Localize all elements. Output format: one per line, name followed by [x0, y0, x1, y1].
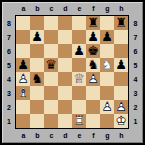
square-e6[interactable]: ♟ [72, 44, 86, 58]
square-b1[interactable] [30, 114, 44, 128]
piece-white-queen[interactable]: ♛♕ [72, 72, 86, 86]
rank-label-2: 2 [3, 101, 15, 115]
square-a6[interactable] [16, 44, 30, 58]
square-e8[interactable] [72, 16, 86, 30]
file-label-b: b [31, 130, 45, 142]
square-f4[interactable]: ♟♙ [86, 72, 100, 86]
piece-glyph: ♚ [86, 44, 100, 58]
piece-white-rook[interactable]: ♜♖ [72, 114, 86, 128]
square-b4[interactable]: ♞ [30, 72, 44, 86]
square-e4[interactable]: ♛♕ [72, 72, 86, 86]
piece-glyph: ♞ [30, 72, 44, 86]
file-labels-top: abcdefgh [15, 3, 129, 15]
square-c7[interactable] [44, 30, 58, 44]
rank-label-5: 5 [130, 59, 142, 73]
file-label-h: h [115, 130, 129, 142]
square-g2[interactable]: ♟♙ [100, 100, 114, 114]
piece-glyph: ♟ [16, 58, 30, 72]
square-a7[interactable] [16, 30, 30, 44]
square-g7[interactable]: ♟ [100, 30, 114, 44]
rank-label-8: 8 [130, 17, 142, 31]
file-label-a: a [17, 3, 31, 15]
square-a4[interactable]: ♟♙ [16, 72, 30, 86]
piece-outline-layer: ♖ [72, 114, 86, 128]
square-b5[interactable] [30, 58, 44, 72]
piece-black-knight[interactable]: ♞ [30, 72, 44, 86]
square-f3[interactable] [86, 86, 100, 100]
piece-white-knight[interactable]: ♞♘ [100, 58, 114, 72]
piece-outline-layer: ♙ [114, 100, 128, 114]
piece-black-pawn[interactable]: ♟ [30, 30, 44, 44]
square-a5[interactable]: ♟ [16, 58, 30, 72]
piece-glyph: ♟ [30, 30, 44, 44]
piece-white-bishop[interactable]: ♝♗ [16, 86, 30, 100]
piece-white-pawn[interactable]: ♟♙ [16, 72, 30, 86]
file-label-h: h [115, 3, 129, 15]
file-label-d: d [59, 130, 73, 142]
square-g3[interactable] [100, 86, 114, 100]
piece-black-queen[interactable]: ♛ [44, 58, 58, 72]
file-label-f: f [87, 130, 101, 142]
piece-glyph: ♜ [114, 16, 128, 30]
square-e1[interactable]: ♜♖ [72, 114, 86, 128]
piece-glyph: ♟ [100, 30, 114, 44]
rank-label-7: 7 [130, 31, 142, 45]
square-d1[interactable] [58, 114, 72, 128]
piece-outline-layer: ♔ [114, 114, 128, 128]
file-label-b: b [31, 3, 45, 15]
piece-black-pawn[interactable]: ♟ [86, 30, 100, 44]
square-a2[interactable] [16, 100, 30, 114]
piece-black-pawn[interactable]: ♟ [114, 58, 128, 72]
piece-white-pawn[interactable]: ♟♙ [100, 100, 114, 114]
piece-white-pawn[interactable]: ♟♙ [86, 72, 100, 86]
square-c8[interactable] [44, 16, 58, 30]
piece-glyph: ♟ [114, 58, 128, 72]
board-frame: abcdefgh 87654321 ♜♜♟♟♟♟♚♟♛♞♞♘♟♟♙♞♛♕♟♙♝♗… [2, 2, 143, 143]
piece-white-pawn[interactable]: ♟♙ [114, 100, 128, 114]
chess-diagram: abcdefgh 87654321 ♜♜♟♟♟♟♚♟♛♞♞♘♟♟♙♞♛♕♟♙♝♗… [0, 0, 145, 145]
piece-black-rook[interactable]: ♜ [86, 16, 100, 30]
square-a1[interactable] [16, 114, 30, 128]
square-e3[interactable] [72, 86, 86, 100]
square-b7[interactable]: ♟ [30, 30, 44, 44]
square-d7[interactable] [58, 30, 72, 44]
square-d5[interactable] [58, 58, 72, 72]
square-b8[interactable] [30, 16, 44, 30]
square-d8[interactable] [58, 16, 72, 30]
file-labels-bottom: abcdefgh [15, 129, 129, 142]
piece-outline-layer: ♙ [100, 100, 114, 114]
piece-glyph: ♟ [72, 44, 86, 58]
square-g5[interactable]: ♞♘ [100, 58, 114, 72]
square-f8[interactable]: ♜ [86, 16, 100, 30]
square-d6[interactable] [58, 44, 72, 58]
piece-outline-layer: ♘ [100, 58, 114, 72]
square-e5[interactable] [72, 58, 86, 72]
rank-label-1: 1 [130, 115, 142, 129]
piece-black-king[interactable]: ♚ [86, 44, 100, 58]
rank-label-8: 8 [3, 17, 15, 31]
piece-glyph: ♟ [86, 30, 100, 44]
rank-label-4: 4 [130, 73, 142, 87]
square-e7[interactable] [72, 30, 86, 44]
square-f6[interactable]: ♚ [86, 44, 100, 58]
square-d3[interactable] [58, 86, 72, 100]
piece-glyph: ♜ [86, 16, 100, 30]
square-c2[interactable] [44, 100, 58, 114]
chess-board: ♜♜♟♟♟♟♚♟♛♞♞♘♟♟♙♞♛♕♟♙♝♗♟♙♟♙♜♖♚♔ [15, 15, 129, 129]
file-label-g: g [101, 130, 115, 142]
square-h3[interactable] [114, 86, 128, 100]
piece-black-rook[interactable]: ♜ [114, 16, 128, 30]
square-a3[interactable]: ♝♗ [16, 86, 30, 100]
piece-outline-layer: ♙ [86, 72, 100, 86]
piece-glyph: ♛ [44, 58, 58, 72]
file-label-c: c [45, 130, 59, 142]
square-c4[interactable] [44, 72, 58, 86]
square-e2[interactable] [72, 100, 86, 114]
square-f2[interactable] [86, 100, 100, 114]
rank-label-7: 7 [3, 31, 15, 45]
square-h6[interactable] [114, 44, 128, 58]
square-h8[interactable]: ♜ [114, 16, 128, 30]
rank-label-1: 1 [3, 115, 15, 129]
rank-label-5: 5 [3, 59, 15, 73]
piece-white-king[interactable]: ♚♔ [114, 114, 128, 128]
piece-outline-layer: ♙ [16, 72, 30, 86]
rank-label-2: 2 [130, 101, 142, 115]
file-label-f: f [87, 3, 101, 15]
square-a8[interactable] [16, 16, 30, 30]
file-label-d: d [59, 3, 73, 15]
square-d4[interactable] [58, 72, 72, 86]
rank-labels-right: 87654321 [129, 15, 142, 129]
file-label-a: a [17, 130, 31, 142]
piece-black-pawn[interactable]: ♟ [100, 30, 114, 44]
square-h1[interactable]: ♚♔ [114, 114, 128, 128]
square-c6[interactable] [44, 44, 58, 58]
file-label-e: e [73, 130, 87, 142]
square-g4[interactable] [100, 72, 114, 86]
piece-outline-layer: ♕ [72, 72, 86, 86]
square-c5[interactable]: ♛ [44, 58, 58, 72]
piece-glyph: ♞ [86, 58, 100, 72]
square-b6[interactable] [30, 44, 44, 58]
file-label-e: e [73, 3, 87, 15]
square-b2[interactable] [30, 100, 44, 114]
square-f7[interactable]: ♟ [86, 30, 100, 44]
square-c3[interactable] [44, 86, 58, 100]
square-b3[interactable] [30, 86, 44, 100]
rank-labels-left: 87654321 [3, 15, 15, 129]
square-g1[interactable] [100, 114, 114, 128]
piece-black-knight[interactable]: ♞ [86, 58, 100, 72]
rank-label-6: 6 [130, 45, 142, 59]
piece-black-pawn[interactable]: ♟ [72, 44, 86, 58]
square-f5[interactable]: ♞ [86, 58, 100, 72]
square-h2[interactable]: ♟♙ [114, 100, 128, 114]
square-h4[interactable] [114, 72, 128, 86]
square-g6[interactable] [100, 44, 114, 58]
square-c1[interactable] [44, 114, 58, 128]
square-d2[interactable] [58, 100, 72, 114]
square-f1[interactable] [86, 114, 100, 128]
rank-label-4: 4 [3, 73, 15, 87]
rank-label-6: 6 [3, 45, 15, 59]
square-h7[interactable] [114, 30, 128, 44]
piece-outline-layer: ♗ [16, 86, 30, 100]
rank-label-3: 3 [3, 87, 15, 101]
square-g8[interactable] [100, 16, 114, 30]
file-label-g: g [101, 3, 115, 15]
rank-label-3: 3 [130, 87, 142, 101]
piece-black-pawn[interactable]: ♟ [16, 58, 30, 72]
square-h5[interactable]: ♟ [114, 58, 128, 72]
file-label-c: c [45, 3, 59, 15]
